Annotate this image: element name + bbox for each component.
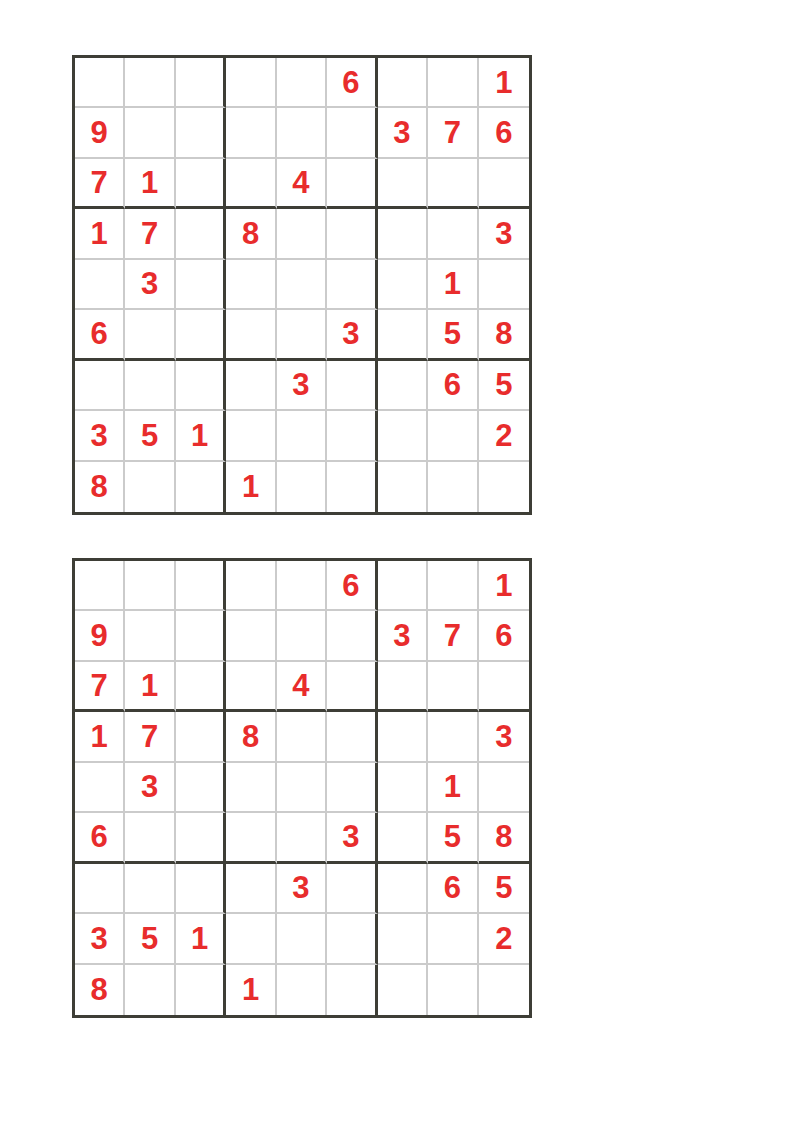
sudoku-cell-empty [327, 662, 377, 712]
sudoku-cell-given: 6 [479, 108, 529, 158]
sudoku-cell-empty [277, 58, 327, 108]
sudoku-cell-empty [327, 462, 377, 512]
sudoku-cell-empty [226, 310, 276, 360]
sudoku-cell-empty [277, 310, 327, 360]
sudoku-cell-given: 5 [125, 914, 175, 964]
sudoku-cell-given: 1 [125, 662, 175, 712]
sudoku-cell-given: 8 [479, 310, 529, 360]
sudoku-cell-empty [176, 712, 226, 762]
sudoku-cell-empty [176, 813, 226, 863]
sudoku-cell-empty [327, 411, 377, 461]
sudoku-cell-empty [479, 662, 529, 712]
sudoku-board-top: 6193767141783316358365351281 [72, 55, 532, 515]
sudoku-cell-given: 3 [378, 108, 428, 158]
sudoku-cell-empty [125, 561, 175, 611]
sudoku-cell-empty [75, 763, 125, 813]
sudoku-cell-empty [226, 611, 276, 661]
sudoku-cell-empty [226, 58, 276, 108]
sudoku-cell-given: 8 [75, 462, 125, 512]
sudoku-cell-given: 7 [75, 159, 125, 209]
sudoku-cell-empty [176, 260, 226, 310]
sudoku-cell-given: 8 [226, 209, 276, 259]
sudoku-cell-empty [479, 965, 529, 1015]
sudoku-cell-empty [125, 58, 175, 108]
sudoku-cell-given: 1 [75, 712, 125, 762]
sudoku-cell-empty [75, 260, 125, 310]
sudoku-cell-given: 3 [479, 712, 529, 762]
sudoku-cell-empty [378, 864, 428, 914]
sudoku-cell-empty [226, 260, 276, 310]
sudoku-cell-given: 6 [428, 864, 478, 914]
sudoku-cell-given: 1 [176, 914, 226, 964]
sudoku-cell-empty [226, 159, 276, 209]
sudoku-cell-given: 3 [277, 361, 327, 411]
sudoku-cell-empty [277, 561, 327, 611]
sudoku-cell-empty [277, 914, 327, 964]
sudoku-cell-empty [378, 310, 428, 360]
sudoku-cell-empty [327, 611, 377, 661]
sudoku-cell-given: 1 [75, 209, 125, 259]
sudoku-cell-empty [75, 58, 125, 108]
sudoku-cell-empty [176, 965, 226, 1015]
sudoku-cell-empty [277, 108, 327, 158]
sudoku-cell-empty [378, 209, 428, 259]
sudoku-cell-empty [277, 712, 327, 762]
sudoku-cell-given: 3 [75, 411, 125, 461]
sudoku-cell-given: 1 [479, 561, 529, 611]
sudoku-cell-empty [226, 914, 276, 964]
sudoku-cell-empty [176, 763, 226, 813]
sudoku-cell-empty [176, 662, 226, 712]
sudoku-cell-empty [125, 361, 175, 411]
sudoku-cell-given: 6 [479, 611, 529, 661]
sudoku-cell-given: 1 [479, 58, 529, 108]
sudoku-cell-empty [75, 361, 125, 411]
sudoku-cell-given: 9 [75, 108, 125, 158]
sudoku-cell-empty [277, 260, 327, 310]
sudoku-cell-empty [327, 108, 377, 158]
sudoku-cell-empty [378, 763, 428, 813]
sudoku-cell-given: 3 [277, 864, 327, 914]
sudoku-cell-given: 8 [226, 712, 276, 762]
sudoku-cell-empty [176, 611, 226, 661]
sudoku-cell-given: 1 [226, 462, 276, 512]
sudoku-cell-given: 1 [428, 763, 478, 813]
sudoku-cell-empty [327, 914, 377, 964]
sudoku-cell-given: 7 [75, 662, 125, 712]
sudoku-cell-empty [277, 965, 327, 1015]
sudoku-cell-empty [327, 712, 377, 762]
sudoku-cell-empty [378, 712, 428, 762]
sudoku-cell-empty [479, 159, 529, 209]
sudoku-cell-empty [479, 260, 529, 310]
sudoku-cell-given: 7 [125, 712, 175, 762]
sudoku-cell-empty [125, 864, 175, 914]
sudoku-cell-empty [327, 361, 377, 411]
sudoku-cell-given: 7 [428, 108, 478, 158]
sudoku-cell-empty [428, 462, 478, 512]
sudoku-cell-given: 6 [75, 310, 125, 360]
sudoku-cell-empty [428, 965, 478, 1015]
sudoku-cell-empty [428, 914, 478, 964]
sudoku-cell-given: 7 [125, 209, 175, 259]
sudoku-cell-given: 4 [277, 159, 327, 209]
sudoku-cell-empty [327, 209, 377, 259]
sudoku-cell-empty [277, 411, 327, 461]
sudoku-cell-given: 3 [125, 260, 175, 310]
sudoku-cell-empty [378, 361, 428, 411]
sudoku-cell-empty [226, 864, 276, 914]
sudoku-cell-empty [327, 864, 377, 914]
sudoku-cell-empty [277, 462, 327, 512]
sudoku-cell-empty [125, 965, 175, 1015]
sudoku-cell-given: 4 [277, 662, 327, 712]
sudoku-cell-empty [176, 58, 226, 108]
sudoku-cell-given: 3 [125, 763, 175, 813]
sudoku-cell-empty [277, 763, 327, 813]
sudoku-cell-empty [378, 159, 428, 209]
sudoku-cell-empty [125, 108, 175, 158]
sudoku-cell-given: 1 [176, 411, 226, 461]
sudoku-cell-empty [428, 411, 478, 461]
sudoku-cell-empty [479, 462, 529, 512]
sudoku-cell-empty [378, 58, 428, 108]
sudoku-cell-empty [428, 159, 478, 209]
sudoku-cell-given: 2 [479, 914, 529, 964]
sudoku-cell-empty [226, 813, 276, 863]
sudoku-cell-empty [226, 361, 276, 411]
sudoku-cell-empty [277, 209, 327, 259]
sudoku-cell-empty [176, 561, 226, 611]
sudoku-board-bottom: 6193767141783316358365351281 [72, 558, 532, 1018]
sudoku-cell-given: 1 [226, 965, 276, 1015]
sudoku-cell-empty [327, 965, 377, 1015]
sudoku-cell-given: 8 [75, 965, 125, 1015]
sudoku-cell-empty [75, 561, 125, 611]
sudoku-cell-empty [327, 260, 377, 310]
sudoku-cell-empty [125, 310, 175, 360]
sudoku-print-page: 6193767141783316358365351281 61937671417… [0, 0, 800, 1132]
sudoku-cell-given: 3 [327, 310, 377, 360]
sudoku-cell-empty [176, 864, 226, 914]
sudoku-cell-empty [428, 712, 478, 762]
sudoku-cell-empty [428, 662, 478, 712]
sudoku-cell-empty [176, 462, 226, 512]
sudoku-cell-empty [378, 914, 428, 964]
sudoku-cell-given: 6 [327, 58, 377, 108]
sudoku-cell-empty [176, 209, 226, 259]
sudoku-cell-empty [226, 561, 276, 611]
sudoku-cell-given: 3 [479, 209, 529, 259]
sudoku-cell-empty [226, 763, 276, 813]
sudoku-cell-given: 6 [327, 561, 377, 611]
sudoku-cell-empty [125, 813, 175, 863]
sudoku-cell-empty [226, 108, 276, 158]
sudoku-cell-empty [176, 108, 226, 158]
sudoku-cell-empty [428, 561, 478, 611]
sudoku-cell-given: 3 [75, 914, 125, 964]
sudoku-cell-empty [378, 462, 428, 512]
sudoku-cell-empty [277, 611, 327, 661]
sudoku-cell-given: 5 [125, 411, 175, 461]
sudoku-cell-empty [378, 260, 428, 310]
sudoku-cell-given: 6 [428, 361, 478, 411]
sudoku-cell-given: 2 [479, 411, 529, 461]
sudoku-cell-given: 9 [75, 611, 125, 661]
sudoku-cell-given: 1 [125, 159, 175, 209]
sudoku-cell-empty [277, 813, 327, 863]
sudoku-cell-given: 7 [428, 611, 478, 661]
sudoku-cell-empty [226, 411, 276, 461]
sudoku-cell-empty [176, 361, 226, 411]
sudoku-cell-empty [226, 662, 276, 712]
sudoku-cell-empty [176, 310, 226, 360]
sudoku-cell-given: 8 [479, 813, 529, 863]
sudoku-cell-empty [378, 411, 428, 461]
sudoku-cell-empty [378, 561, 428, 611]
sudoku-cell-empty [428, 58, 478, 108]
sudoku-cell-empty [428, 209, 478, 259]
sudoku-cell-empty [378, 813, 428, 863]
sudoku-cell-empty [378, 965, 428, 1015]
sudoku-cell-empty [125, 462, 175, 512]
sudoku-cell-given: 5 [428, 310, 478, 360]
sudoku-cell-given: 5 [479, 361, 529, 411]
sudoku-cell-given: 1 [428, 260, 478, 310]
sudoku-cell-empty [327, 763, 377, 813]
sudoku-cell-given: 5 [479, 864, 529, 914]
sudoku-cell-empty [378, 662, 428, 712]
sudoku-cell-empty [75, 864, 125, 914]
sudoku-cell-given: 3 [327, 813, 377, 863]
sudoku-cell-empty [479, 763, 529, 813]
sudoku-cell-given: 3 [378, 611, 428, 661]
sudoku-cell-given: 6 [75, 813, 125, 863]
sudoku-cell-given: 5 [428, 813, 478, 863]
sudoku-cell-empty [176, 159, 226, 209]
sudoku-cell-empty [327, 159, 377, 209]
sudoku-cell-empty [125, 611, 175, 661]
